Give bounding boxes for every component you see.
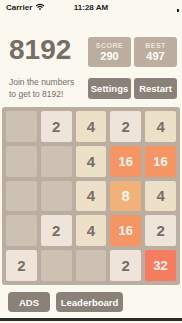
tile-16: 16: [110, 215, 141, 246]
game-title: 8192: [9, 34, 71, 66]
tile-4: 4: [145, 181, 176, 212]
top-buttons: Settings Restart: [88, 78, 177, 99]
tile-4: 4: [145, 111, 176, 142]
tile-4: 4: [76, 181, 107, 212]
empty-cell: [41, 146, 72, 177]
footer-buttons: ADS Leaderboard: [8, 292, 123, 312]
empty-cell: [6, 146, 37, 177]
restart-button[interactable]: Restart: [134, 78, 177, 99]
tile-4: 4: [76, 215, 107, 246]
empty-cell: [76, 250, 107, 281]
tile-4: 4: [76, 146, 107, 177]
subtitle-line-1: Join the numbers: [9, 76, 74, 88]
tile-2: 2: [6, 250, 37, 281]
best-label: BEST: [145, 42, 166, 49]
tile-2: 2: [41, 111, 72, 142]
score-value: 290: [100, 50, 118, 62]
tile-4: 4: [76, 111, 107, 142]
tile-8: 8: [110, 181, 141, 212]
empty-cell: [41, 181, 72, 212]
subtitle-line-2: to get to 8192!: [9, 88, 74, 100]
tile-2: 2: [41, 215, 72, 246]
bottom-edge-line: [0, 318, 182, 321]
ads-button[interactable]: ADS: [8, 292, 50, 312]
empty-cell: [6, 215, 37, 246]
score-label: SCORE: [96, 42, 123, 49]
empty-cell: [6, 181, 37, 212]
empty-cell: [6, 111, 37, 142]
tile-2: 2: [145, 215, 176, 246]
score-box: SCORE 290: [88, 37, 131, 67]
empty-cell: [41, 250, 72, 281]
tile-2: 2: [110, 111, 141, 142]
app-screen: 11:28 AM Carrier 8192 SCORE 290 BEST 497…: [0, 0, 182, 323]
tile-16: 16: [110, 146, 141, 177]
tile-16: 16: [145, 146, 176, 177]
status-bar: 11:28 AM Carrier: [0, 0, 182, 14]
settings-button[interactable]: Settings: [88, 78, 131, 99]
leaderboard-button[interactable]: Leaderboard: [56, 292, 123, 312]
carrier-label: Carrier: [6, 3, 32, 12]
tile-32: 32: [145, 250, 176, 281]
subtitle: Join the numbers to get to 8192!: [9, 76, 74, 100]
best-value: 497: [146, 50, 164, 62]
game-board[interactable]: 242441616484241622232: [2, 107, 180, 285]
wifi-icon: [35, 3, 45, 11]
scoreboard: SCORE 290 BEST 497: [88, 37, 177, 67]
tile-2: 2: [110, 250, 141, 281]
best-box: BEST 497: [134, 37, 177, 67]
